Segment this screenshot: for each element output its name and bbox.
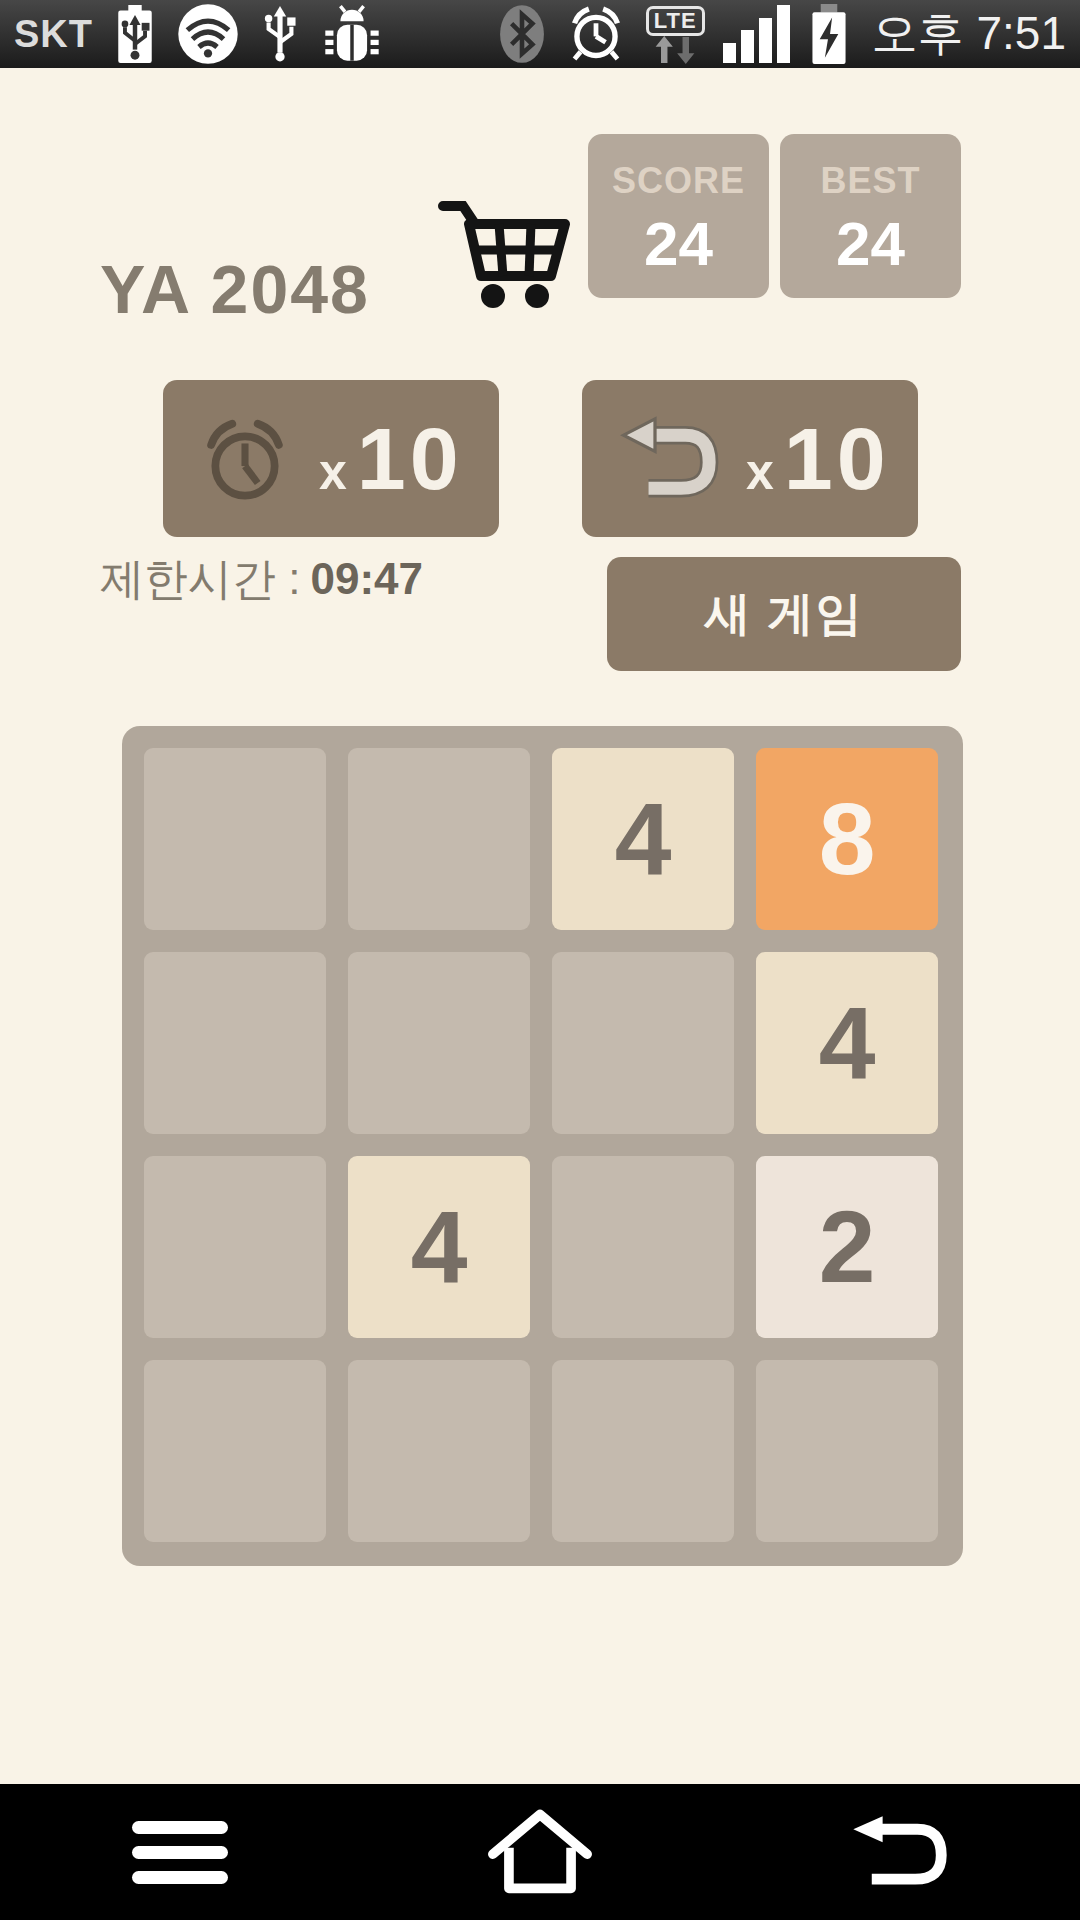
empty-cell-r3c3 xyxy=(552,1156,734,1338)
new-game-button[interactable]: 새 게임 xyxy=(607,557,961,671)
bluetooth-icon xyxy=(498,4,546,64)
undo-arrow-icon xyxy=(616,416,720,502)
board-grid[interactable]: 48442 xyxy=(122,726,963,1566)
time-booster-button[interactable]: x 10 xyxy=(163,380,499,537)
best-value: 24 xyxy=(780,208,961,279)
menu-icon xyxy=(132,1821,228,1884)
time-limit: 제한시간 :09:47 xyxy=(100,550,423,609)
shopping-cart-icon xyxy=(436,190,578,314)
alarm-icon xyxy=(564,3,628,65)
best-box: BEST 24 xyxy=(780,134,961,298)
tile-4-r3c2: 4 xyxy=(348,1156,530,1338)
battery-charging-icon xyxy=(808,4,850,64)
navigation-bar xyxy=(0,1784,1080,1920)
undo-booster-button[interactable]: x 10 xyxy=(582,380,918,537)
status-bar-right: LTE 오후 7:51 xyxy=(498,0,1066,68)
empty-cell-r2c1 xyxy=(144,952,326,1134)
status-bar: SKT xyxy=(0,0,1080,68)
alarm-clock-icon xyxy=(197,411,293,507)
time-booster-count-wrap: x 10 xyxy=(319,408,463,510)
data-arrows-icon xyxy=(653,36,697,64)
score-label: SCORE xyxy=(588,160,769,202)
usb-icon xyxy=(261,5,299,63)
shop-button[interactable] xyxy=(436,190,578,314)
empty-cell-r4c3 xyxy=(552,1360,734,1542)
battery-usb-icon xyxy=(115,5,155,63)
phone-screen: SKT xyxy=(0,0,1080,1920)
status-time: 오후 7:51 xyxy=(872,3,1066,65)
tile-4-r1c3: 4 xyxy=(552,748,734,930)
tile-2-r3c4: 2 xyxy=(756,1156,938,1338)
signal-strength-icon xyxy=(723,5,790,63)
menu-button[interactable] xyxy=(0,1784,360,1920)
empty-cell-r4c2 xyxy=(348,1360,530,1542)
empty-cell-r2c2 xyxy=(348,952,530,1134)
multiplier-x: x xyxy=(746,443,774,501)
carrier-label: SKT xyxy=(14,13,93,56)
home-button[interactable] xyxy=(360,1784,720,1920)
multiplier-x: x xyxy=(319,443,347,501)
lte-badge: LTE xyxy=(646,6,705,36)
time-limit-value: 09:47 xyxy=(310,554,423,603)
empty-cell-r1c1 xyxy=(144,748,326,930)
tile-8-r1c4: 8 xyxy=(756,748,938,930)
status-bar-left: SKT xyxy=(14,0,383,68)
tile-4-r2c4: 4 xyxy=(756,952,938,1134)
debug-bug-icon xyxy=(321,5,383,63)
wifi-icon xyxy=(177,3,239,65)
back-button[interactable] xyxy=(720,1784,1080,1920)
best-label: BEST xyxy=(780,160,961,202)
time-limit-label: 제한시간 : xyxy=(100,554,300,603)
time-booster-count: 10 xyxy=(357,408,463,510)
empty-cell-r4c1 xyxy=(144,1360,326,1542)
undo-booster-count: 10 xyxy=(784,408,890,510)
undo-booster-count-wrap: x 10 xyxy=(746,408,890,510)
home-icon xyxy=(486,1807,594,1897)
score-value: 24 xyxy=(588,208,769,279)
empty-cell-r1c2 xyxy=(348,748,530,930)
empty-cell-r3c1 xyxy=(144,1156,326,1338)
app-title: YA 2048 xyxy=(100,250,370,328)
empty-cell-r2c3 xyxy=(552,952,734,1134)
empty-cell-r4c4 xyxy=(756,1360,938,1542)
lte-data-icon: LTE xyxy=(646,6,705,64)
score-box: SCORE 24 xyxy=(588,134,769,298)
back-icon xyxy=(844,1814,956,1890)
